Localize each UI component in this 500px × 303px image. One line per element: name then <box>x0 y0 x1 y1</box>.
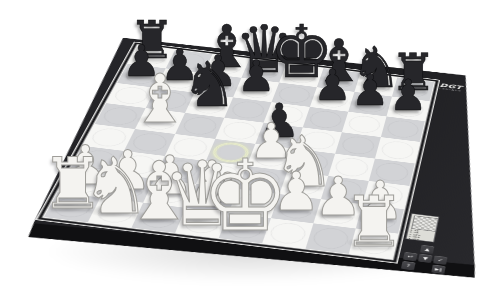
pieces-layer: ♜♝♛♚♝♞♜♟♟♟♟♟♟♟♞♝♟♟♞♟♟♟♟♟♟♟♜♞♝♛♚♜ <box>0 0 500 303</box>
white-rook-h1[interactable]: ♜ <box>342 186 405 256</box>
black-pawn-f7[interactable]: ♟ <box>313 64 352 107</box>
dgt-centaur-product-photo: DGT CENTAUR 1 e4 1 e5 2 Nf3 2 Nc6 3 Bb5 … <box>0 0 500 303</box>
white-bishop-b5[interactable]: ♝ <box>130 66 190 133</box>
white-king-e1[interactable]: ♚ <box>201 147 289 245</box>
black-pawn-h7[interactable]: ♟ <box>389 74 427 117</box>
black-pawn-g7[interactable]: ♟ <box>351 69 389 112</box>
